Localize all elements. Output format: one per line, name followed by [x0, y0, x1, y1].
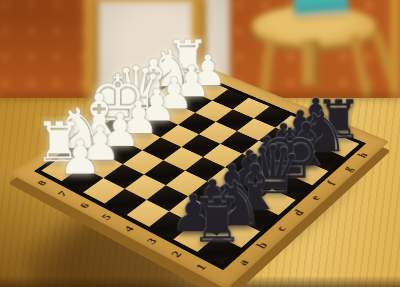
- black-rook-a1[interactable]: ♜: [190, 191, 244, 252]
- white-pawn-a7[interactable]: ♟: [59, 133, 102, 180]
- board-perspective: 87654321 hgfedcba ♜♞♝♚♛♝♞♜♟♟♟♟♟♟♟♟♟♟♟♟♟♟…: [0, 0, 400, 287]
- scene: 87654321 hgfedcba ♜♞♝♚♛♝♞♜♟♟♟♟♟♟♟♟♟♟♟♟♟♟…: [0, 0, 400, 287]
- chessboard: 87654321 hgfedcba ♜♞♝♚♛♝♞♜♟♟♟♟♟♟♟♟♟♟♟♟♟♟…: [9, 58, 389, 287]
